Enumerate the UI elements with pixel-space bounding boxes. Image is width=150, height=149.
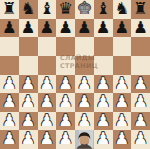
- piece-white-pawn[interactable]: ♟: [39, 112, 54, 129]
- square-b6[interactable]: [19, 37, 38, 56]
- square-g3[interactable]: ♟: [113, 93, 132, 112]
- piece-black-king-gray[interactable]: ♚: [77, 1, 92, 18]
- piece-black-pawn[interactable]: ♟: [58, 19, 73, 36]
- square-d7[interactable]: ♟: [56, 19, 75, 38]
- square-c3[interactable]: ♟: [38, 93, 57, 112]
- square-a6[interactable]: [0, 37, 19, 56]
- piece-white-pawn[interactable]: ♟: [39, 131, 54, 148]
- piece-white-pawn[interactable]: ♟: [21, 75, 36, 92]
- square-c6[interactable]: [38, 37, 57, 56]
- chess-board: ♜♞♝♛♚♝♞♜♟♟♟♟♟♟♟♟♟♟♟♟♟♟♟♟♟♟♟♟♟♟♟♟♟♟♟♟♟♟♟♟…: [0, 0, 150, 149]
- square-g5[interactable]: [113, 56, 132, 75]
- piece-black-pawn[interactable]: ♟: [39, 19, 54, 36]
- square-e8[interactable]: ♚: [75, 0, 94, 19]
- piece-white-pawn[interactable]: ♟: [114, 112, 129, 129]
- square-a2[interactable]: ♟: [0, 112, 19, 131]
- square-h3[interactable]: ♟: [131, 93, 150, 112]
- square-c7[interactable]: ♟: [38, 19, 57, 38]
- square-f8[interactable]: ♝: [94, 0, 113, 19]
- square-e3[interactable]: ♟: [75, 93, 94, 112]
- piece-white-pawn[interactable]: ♟: [96, 131, 111, 148]
- square-c2[interactable]: ♟: [38, 112, 57, 131]
- square-b4[interactable]: ♟: [19, 75, 38, 94]
- square-f3[interactable]: ♟: [94, 93, 113, 112]
- square-b8[interactable]: ♞: [19, 0, 38, 19]
- square-d5[interactable]: [56, 56, 75, 75]
- square-b3[interactable]: ♟: [19, 93, 38, 112]
- piece-white-pawn[interactable]: ♟: [39, 94, 54, 111]
- piece-white-pawn[interactable]: ♟: [58, 75, 73, 92]
- square-e1[interactable]: [75, 130, 94, 149]
- square-g1[interactable]: ♟: [113, 130, 132, 149]
- piece-white-pawn[interactable]: ♟: [133, 75, 148, 92]
- square-e5[interactable]: [75, 56, 94, 75]
- square-h8[interactable]: ♜: [131, 0, 150, 19]
- square-f6[interactable]: [94, 37, 113, 56]
- piece-black-queen[interactable]: ♛: [58, 1, 73, 18]
- piece-white-pawn[interactable]: ♟: [39, 75, 54, 92]
- chess-board-screenshot: ♜♞♝♛♚♝♞♜♟♟♟♟♟♟♟♟♟♟♟♟♟♟♟♟♟♟♟♟♟♟♟♟♟♟♟♟♟♟♟♟…: [0, 0, 150, 149]
- square-e4[interactable]: ♟: [75, 75, 94, 94]
- square-d8[interactable]: ♛: [56, 0, 75, 19]
- square-b2[interactable]: ♟: [19, 112, 38, 131]
- piece-black-bishop[interactable]: ♝: [39, 1, 54, 18]
- square-g7[interactable]: ♟: [113, 19, 132, 38]
- square-b1[interactable]: ♟: [19, 130, 38, 149]
- square-a5[interactable]: [0, 56, 19, 75]
- square-c8[interactable]: ♝: [38, 0, 57, 19]
- square-h5[interactable]: [131, 56, 150, 75]
- piece-white-pawn[interactable]: ♟: [58, 94, 73, 111]
- square-b5[interactable]: [19, 56, 38, 75]
- square-f1[interactable]: ♟: [94, 130, 113, 149]
- square-g8[interactable]: ♞: [113, 0, 132, 19]
- piece-black-knight[interactable]: ♞: [114, 1, 129, 18]
- square-c5[interactable]: [38, 56, 57, 75]
- piece-white-pawn[interactable]: ♟: [2, 112, 17, 129]
- square-g4[interactable]: ♟: [113, 75, 132, 94]
- piece-white-pawn[interactable]: ♟: [133, 94, 148, 111]
- piece-white-pawn[interactable]: ♟: [96, 75, 111, 92]
- square-a4[interactable]: ♟: [0, 75, 19, 94]
- square-c4[interactable]: ♟: [38, 75, 57, 94]
- square-h2[interactable]: ♟: [131, 112, 150, 131]
- piece-white-pawn[interactable]: ♟: [58, 131, 73, 148]
- square-g6[interactable]: [113, 37, 132, 56]
- square-a8[interactable]: ♜: [0, 0, 19, 19]
- player-photo: [75, 130, 94, 149]
- square-g2[interactable]: ♟: [113, 112, 132, 131]
- square-h1[interactable]: ♟: [131, 130, 150, 149]
- square-a3[interactable]: ♟: [0, 93, 19, 112]
- piece-white-pawn[interactable]: ♟: [58, 112, 73, 129]
- square-d3[interactable]: ♟: [56, 93, 75, 112]
- square-h7[interactable]: ♟: [131, 19, 150, 38]
- piece-white-pawn[interactable]: ♟: [114, 75, 129, 92]
- square-d6[interactable]: [56, 37, 75, 56]
- piece-black-rook[interactable]: ♜: [133, 1, 148, 18]
- piece-white-pawn[interactable]: ♟: [2, 131, 17, 148]
- piece-black-pawn[interactable]: ♟: [77, 19, 92, 36]
- square-d4[interactable]: ♟: [56, 75, 75, 94]
- piece-white-pawn[interactable]: ♟: [2, 75, 17, 92]
- piece-white-pawn[interactable]: ♟: [2, 94, 17, 111]
- piece-white-pawn[interactable]: ♟: [77, 94, 92, 111]
- piece-black-knight[interactable]: ♞: [21, 1, 36, 18]
- square-e7[interactable]: ♟: [75, 19, 94, 38]
- square-d2[interactable]: ♟: [56, 112, 75, 131]
- piece-black-bishop[interactable]: ♝: [96, 1, 111, 18]
- square-d1[interactable]: ♟: [56, 130, 75, 149]
- square-c1[interactable]: ♟: [38, 130, 57, 149]
- piece-white-pawn[interactable]: ♟: [21, 94, 36, 111]
- piece-white-pawn[interactable]: ♟: [21, 131, 36, 148]
- piece-white-pawn[interactable]: ♟: [77, 112, 92, 129]
- piece-black-pawn[interactable]: ♟: [2, 19, 17, 36]
- square-f7[interactable]: ♟: [94, 19, 113, 38]
- piece-white-pawn[interactable]: ♟: [114, 94, 129, 111]
- square-f2[interactable]: ♟: [94, 112, 113, 131]
- piece-white-pawn[interactable]: ♟: [133, 131, 148, 148]
- square-f4[interactable]: ♟: [94, 75, 113, 94]
- piece-black-rook[interactable]: ♜: [2, 1, 17, 18]
- square-e6[interactable]: [75, 37, 94, 56]
- piece-white-pawn[interactable]: ♟: [133, 112, 148, 129]
- piece-white-pawn[interactable]: ♟: [77, 75, 92, 92]
- square-e2[interactable]: ♟: [75, 112, 94, 131]
- square-a7[interactable]: ♟: [0, 19, 19, 38]
- piece-black-pawn[interactable]: ♟: [133, 19, 148, 36]
- piece-black-pawn[interactable]: ♟: [21, 19, 36, 36]
- piece-black-pawn[interactable]: ♟: [96, 19, 111, 36]
- piece-black-pawn[interactable]: ♟: [114, 19, 129, 36]
- square-b7[interactable]: ♟: [19, 19, 38, 38]
- piece-white-pawn[interactable]: ♟: [21, 112, 36, 129]
- square-a1[interactable]: ♟: [0, 130, 19, 149]
- piece-white-pawn[interactable]: ♟: [96, 94, 111, 111]
- square-f5[interactable]: [94, 56, 113, 75]
- square-h6[interactable]: [131, 37, 150, 56]
- square-h4[interactable]: ♟: [131, 75, 150, 94]
- piece-white-pawn[interactable]: ♟: [96, 112, 111, 129]
- piece-white-pawn[interactable]: ♟: [114, 131, 129, 148]
